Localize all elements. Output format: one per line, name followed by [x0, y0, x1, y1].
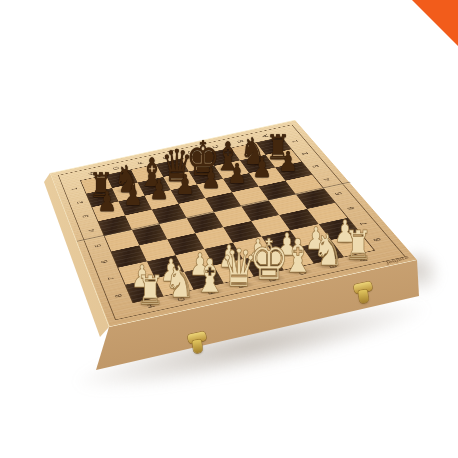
brass-clasp-right-icon — [352, 283, 374, 303]
product-photo-canvas: 1122334455667788HHGGFFEEDDCCBBAA Jeujura… — [0, 0, 458, 458]
corner-ribbon — [412, 0, 458, 46]
brass-clasp-left-icon — [186, 333, 208, 353]
